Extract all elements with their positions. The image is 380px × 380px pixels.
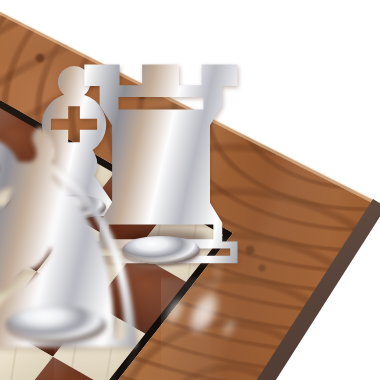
knight-base [6, 306, 106, 342]
chessboard-photo-scene: ♜ ♞ ♝ ♜ ♞ [0, 0, 380, 380]
knight-piece[interactable]: ♞ [50, 92, 321, 380]
